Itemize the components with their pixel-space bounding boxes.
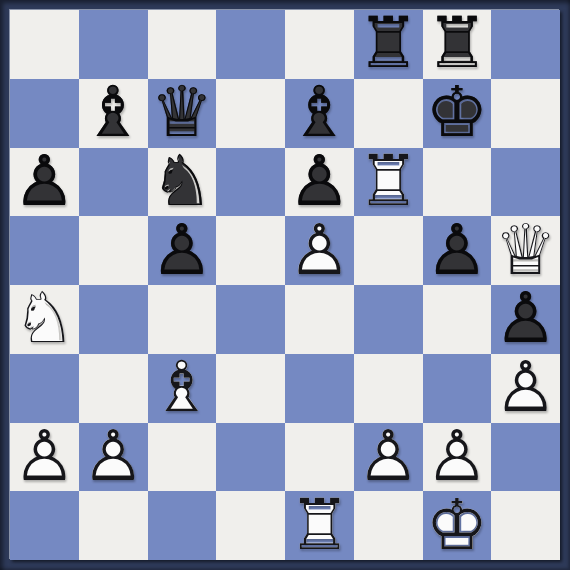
square-h1[interactable] <box>491 491 560 560</box>
square-g6[interactable] <box>423 148 492 217</box>
piece-glyph-outline: ♙ <box>423 422 492 491</box>
piece-glyph-outline: ♗ <box>148 353 217 422</box>
piece-white-pawn[interactable]: ♟♙ <box>79 423 148 492</box>
piece-glyph-outline: ♙ <box>10 147 79 216</box>
square-h4[interactable]: ♟♙ <box>491 285 560 354</box>
piece-white-queen[interactable]: ♛♕ <box>491 216 560 285</box>
square-g1[interactable]: ♚♔ <box>423 491 492 560</box>
square-b4[interactable] <box>79 285 148 354</box>
square-b6[interactable] <box>79 148 148 217</box>
piece-white-pawn[interactable]: ♟♙ <box>354 423 423 492</box>
square-c1[interactable] <box>148 491 217 560</box>
square-a6[interactable]: ♟♙ <box>10 148 79 217</box>
square-f3[interactable] <box>354 354 423 423</box>
square-c4[interactable] <box>148 285 217 354</box>
square-d6[interactable] <box>216 148 285 217</box>
square-b5[interactable] <box>79 216 148 285</box>
square-c6[interactable]: ♞♘ <box>148 148 217 217</box>
piece-black-rook[interactable]: ♜♖ <box>354 10 423 79</box>
piece-black-king[interactable]: ♚♔ <box>423 79 492 148</box>
piece-glyph-outline: ♙ <box>148 215 217 284</box>
square-a7[interactable] <box>10 79 79 148</box>
piece-white-rook[interactable]: ♜♖ <box>285 491 354 560</box>
square-f8[interactable]: ♜♖ <box>354 10 423 79</box>
square-a8[interactable] <box>10 10 79 79</box>
piece-white-pawn[interactable]: ♟♙ <box>285 216 354 285</box>
square-c2[interactable] <box>148 423 217 492</box>
square-c7[interactable]: ♛♕ <box>148 79 217 148</box>
piece-glyph-outline: ♕ <box>148 78 217 147</box>
piece-glyph-outline: ♙ <box>79 422 148 491</box>
square-f7[interactable] <box>354 79 423 148</box>
square-g3[interactable] <box>423 354 492 423</box>
square-e2[interactable] <box>285 423 354 492</box>
square-e5[interactable]: ♟♙ <box>285 216 354 285</box>
square-h2[interactable] <box>491 423 560 492</box>
square-e3[interactable] <box>285 354 354 423</box>
square-e1[interactable]: ♜♖ <box>285 491 354 560</box>
piece-glyph-outline: ♖ <box>354 9 423 78</box>
piece-glyph-outline: ♙ <box>285 215 354 284</box>
piece-white-knight[interactable]: ♞♘ <box>10 285 79 354</box>
piece-white-pawn[interactable]: ♟♙ <box>10 423 79 492</box>
piece-glyph-outline: ♗ <box>79 78 148 147</box>
piece-glyph-outline: ♙ <box>285 147 354 216</box>
square-e4[interactable] <box>285 285 354 354</box>
piece-glyph-outline: ♕ <box>491 215 560 284</box>
square-b2[interactable]: ♟♙ <box>79 423 148 492</box>
square-g5[interactable]: ♟♙ <box>423 216 492 285</box>
square-d5[interactable] <box>216 216 285 285</box>
piece-glyph-outline: ♙ <box>354 422 423 491</box>
piece-black-pawn[interactable]: ♟♙ <box>148 216 217 285</box>
square-a4[interactable]: ♞♘ <box>10 285 79 354</box>
square-h7[interactable] <box>491 79 560 148</box>
square-e8[interactable] <box>285 10 354 79</box>
square-h6[interactable] <box>491 148 560 217</box>
square-b7[interactable]: ♝♗ <box>79 79 148 148</box>
square-h3[interactable]: ♟♙ <box>491 354 560 423</box>
piece-glyph-outline: ♔ <box>423 490 492 559</box>
piece-glyph-outline: ♙ <box>423 215 492 284</box>
square-a2[interactable]: ♟♙ <box>10 423 79 492</box>
piece-glyph-outline: ♔ <box>423 78 492 147</box>
square-b8[interactable] <box>79 10 148 79</box>
piece-glyph-outline: ♘ <box>148 147 217 216</box>
chess-board: ♜♖♜♖♝♗♛♕♝♗♚♔♟♙♞♘♟♙♜♖♟♙♟♙♟♙♛♕♞♘♟♙♝♗♟♙♟♙♟♙… <box>10 10 560 560</box>
square-d7[interactable] <box>216 79 285 148</box>
square-a3[interactable] <box>10 354 79 423</box>
square-d8[interactable] <box>216 10 285 79</box>
square-d4[interactable] <box>216 285 285 354</box>
piece-glyph-outline: ♖ <box>354 147 423 216</box>
square-a5[interactable] <box>10 216 79 285</box>
square-f5[interactable] <box>354 216 423 285</box>
piece-glyph-outline: ♘ <box>10 284 79 353</box>
square-f4[interactable] <box>354 285 423 354</box>
piece-glyph-outline: ♖ <box>285 490 354 559</box>
square-e7[interactable]: ♝♗ <box>285 79 354 148</box>
square-e6[interactable]: ♟♙ <box>285 148 354 217</box>
piece-white-pawn[interactable]: ♟♙ <box>423 423 492 492</box>
piece-glyph-outline: ♗ <box>285 78 354 147</box>
piece-black-rook[interactable]: ♜♖ <box>423 10 492 79</box>
square-h8[interactable] <box>491 10 560 79</box>
piece-black-pawn[interactable]: ♟♙ <box>423 216 492 285</box>
piece-white-king[interactable]: ♚♔ <box>423 491 492 560</box>
piece-black-pawn[interactable]: ♟♙ <box>491 285 560 354</box>
square-b1[interactable] <box>79 491 148 560</box>
board-frame: ♜♖♜♖♝♗♛♕♝♗♚♔♟♙♞♘♟♙♜♖♟♙♟♙♟♙♛♕♞♘♟♙♝♗♟♙♟♙♟♙… <box>0 0 570 570</box>
piece-black-knight[interactable]: ♞♘ <box>148 148 217 217</box>
piece-black-queen[interactable]: ♛♕ <box>148 79 217 148</box>
square-a1[interactable] <box>10 491 79 560</box>
square-c5[interactable]: ♟♙ <box>148 216 217 285</box>
square-f2[interactable]: ♟♙ <box>354 423 423 492</box>
piece-glyph-outline: ♙ <box>10 422 79 491</box>
square-d2[interactable] <box>216 423 285 492</box>
piece-black-pawn[interactable]: ♟♙ <box>10 148 79 217</box>
square-g7[interactable]: ♚♔ <box>423 79 492 148</box>
square-f6[interactable]: ♜♖ <box>354 148 423 217</box>
piece-black-bishop[interactable]: ♝♗ <box>285 79 354 148</box>
square-c8[interactable] <box>148 10 217 79</box>
square-f1[interactable] <box>354 491 423 560</box>
square-h5[interactable]: ♛♕ <box>491 216 560 285</box>
square-b3[interactable] <box>79 354 148 423</box>
piece-black-bishop[interactable]: ♝♗ <box>79 79 148 148</box>
piece-glyph-outline: ♖ <box>423 9 492 78</box>
square-d3[interactable] <box>216 354 285 423</box>
piece-white-bishop[interactable]: ♝♗ <box>148 354 217 423</box>
piece-glyph-outline: ♙ <box>491 353 560 422</box>
square-d1[interactable] <box>216 491 285 560</box>
square-g4[interactable] <box>423 285 492 354</box>
piece-white-rook[interactable]: ♜♖ <box>354 148 423 217</box>
piece-glyph-outline: ♙ <box>491 284 560 353</box>
square-g2[interactable]: ♟♙ <box>423 423 492 492</box>
square-g8[interactable]: ♜♖ <box>423 10 492 79</box>
piece-black-pawn[interactable]: ♟♙ <box>285 148 354 217</box>
square-c3[interactable]: ♝♗ <box>148 354 217 423</box>
piece-white-pawn[interactable]: ♟♙ <box>491 354 560 423</box>
